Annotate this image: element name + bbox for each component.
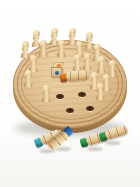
photo-stage <box>0 0 140 187</box>
standing-peg[interactable] <box>24 70 33 87</box>
standing-peg[interactable] <box>73 54 82 71</box>
standing-peg[interactable] <box>83 53 92 70</box>
standing-peg[interactable] <box>57 40 66 57</box>
empty-hole[interactable] <box>86 106 94 111</box>
peg-shadow <box>105 141 121 145</box>
empty-hole[interactable] <box>66 108 74 113</box>
die-front-dot-blue <box>55 71 59 75</box>
standing-peg[interactable] <box>39 40 48 57</box>
standing-peg[interactable] <box>97 56 106 73</box>
standing-peg[interactable] <box>42 85 51 102</box>
peg-shadow <box>87 147 103 151</box>
empty-hole[interactable] <box>56 94 64 99</box>
standing-peg[interactable] <box>96 83 105 100</box>
empty-hole[interactable] <box>78 92 86 97</box>
